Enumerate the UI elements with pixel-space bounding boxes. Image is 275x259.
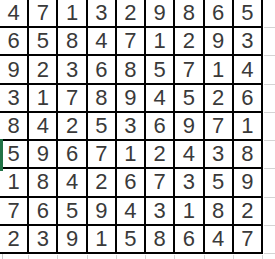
sheet-row-gridline-stub xyxy=(264,253,275,254)
grid-cell[interactable]: 2 xyxy=(117,0,146,28)
sheet-row-gridline-stub xyxy=(264,84,275,85)
grid-cell[interactable]: 9 xyxy=(205,28,234,56)
grid-cell[interactable]: 1 xyxy=(175,198,204,226)
grid-cell[interactable]: 4 xyxy=(0,0,29,28)
grid-cell[interactable]: 3 xyxy=(146,198,175,226)
grid-cell[interactable]: 2 xyxy=(0,226,29,254)
grid-cell[interactable]: 9 xyxy=(29,141,58,169)
grid-cell[interactable]: 7 xyxy=(58,85,87,113)
grid-cell[interactable]: 7 xyxy=(205,113,234,141)
grid-cell[interactable]: 6 xyxy=(88,56,117,84)
grid-cell[interactable]: 7 xyxy=(88,141,117,169)
grid-cell[interactable]: 4 xyxy=(117,198,146,226)
grid-cell[interactable]: 5 xyxy=(29,28,58,56)
grid-cell[interactable]: 6 xyxy=(146,113,175,141)
grid-cell[interactable]: 1 xyxy=(58,0,87,28)
grid-cell[interactable]: 6 xyxy=(175,226,204,254)
grid-cell[interactable]: 5 xyxy=(58,198,87,226)
sheet-row-gridline-stub xyxy=(264,197,275,198)
grid-cell[interactable]: 8 xyxy=(117,56,146,84)
grid-cell[interactable]: 1 xyxy=(205,56,234,84)
grid-cell[interactable]: 9 xyxy=(0,56,29,84)
grid-cell[interactable]: 7 xyxy=(234,226,263,254)
grid-cell[interactable]: 4 xyxy=(58,169,87,197)
grid-cell[interactable]: 2 xyxy=(205,85,234,113)
grid-cell[interactable]: 1 xyxy=(0,169,29,197)
sheet-row-gridline-stub xyxy=(264,55,275,56)
grid-cell[interactable]: 3 xyxy=(205,141,234,169)
selection-indicator xyxy=(0,139,3,171)
grid-cell[interactable]: 8 xyxy=(175,0,204,28)
grid-cell[interactable]: 6 xyxy=(0,28,29,56)
grid-cell[interactable]: 7 xyxy=(0,198,29,226)
grid-cell[interactable]: 5 xyxy=(0,141,29,169)
grid-cell[interactable]: 1 xyxy=(234,113,263,141)
grid-cell[interactable]: 4 xyxy=(175,141,204,169)
grid-cell[interactable]: 2 xyxy=(29,56,58,84)
grid-cell[interactable]: 9 xyxy=(58,226,87,254)
grid-cell[interactable]: 9 xyxy=(175,113,204,141)
sheet-column-gridline-stub xyxy=(116,255,117,259)
grid-cell[interactable]: 5 xyxy=(117,226,146,254)
grid-cell[interactable]: 8 xyxy=(29,169,58,197)
grid-cell[interactable]: 4 xyxy=(234,56,263,84)
grid-cell[interactable]: 2 xyxy=(146,141,175,169)
sheet-column-gridline-stub xyxy=(87,255,88,259)
grid-cell[interactable]: 7 xyxy=(117,28,146,56)
grid-cell[interactable]: 7 xyxy=(29,0,58,28)
grid-cell[interactable]: 8 xyxy=(0,113,29,141)
grid-cell[interactable]: 5 xyxy=(146,56,175,84)
grid-cell[interactable]: 9 xyxy=(88,198,117,226)
sheet-row-gridline-stub xyxy=(264,27,275,28)
grid-cell[interactable]: 2 xyxy=(234,198,263,226)
sheet-column-gridline-stub xyxy=(262,255,263,259)
grid-cell[interactable]: 1 xyxy=(146,28,175,56)
grid-cell[interactable]: 2 xyxy=(58,113,87,141)
grid-cell[interactable]: 2 xyxy=(175,28,204,56)
grid-cell[interactable]: 6 xyxy=(234,85,263,113)
grid-cell[interactable]: 1 xyxy=(88,226,117,254)
sheet-column-gridline-stub xyxy=(233,255,234,259)
sudoku-grid: 4713298656584712939236857143178945268425… xyxy=(0,0,263,254)
grid-cell[interactable]: 4 xyxy=(146,85,175,113)
grid-cell[interactable]: 4 xyxy=(205,226,234,254)
grid-cell[interactable]: 5 xyxy=(175,85,204,113)
grid-cell[interactable]: 3 xyxy=(29,226,58,254)
spreadsheet-canvas: 4713298656584712939236857143178945268425… xyxy=(0,0,275,259)
grid-cell[interactable]: 7 xyxy=(146,169,175,197)
grid-cell[interactable]: 9 xyxy=(146,0,175,28)
sheet-row-gridline-stub xyxy=(264,168,275,169)
sheet-column-gridline-stub xyxy=(145,255,146,259)
grid-cell[interactable]: 1 xyxy=(117,141,146,169)
grid-cell[interactable]: 8 xyxy=(88,85,117,113)
grid-cell[interactable]: 4 xyxy=(29,113,58,141)
sheet-column-gridline-stub xyxy=(57,255,58,259)
grid-cell[interactable]: 3 xyxy=(0,85,29,113)
grid-cell[interactable]: 8 xyxy=(58,28,87,56)
grid-cell[interactable]: 6 xyxy=(29,198,58,226)
sheet-row-gridline-stub xyxy=(264,225,275,226)
grid-cell[interactable]: 4 xyxy=(88,28,117,56)
grid-cell[interactable]: 3 xyxy=(175,169,204,197)
sheet-column-gridline-stub xyxy=(28,255,29,259)
grid-cell[interactable]: 5 xyxy=(88,113,117,141)
grid-cell[interactable]: 9 xyxy=(117,85,146,113)
grid-cell[interactable]: 3 xyxy=(234,28,263,56)
grid-cell[interactable]: 3 xyxy=(58,56,87,84)
grid-cell[interactable]: 6 xyxy=(205,0,234,28)
grid-cell[interactable]: 7 xyxy=(175,56,204,84)
grid-cell[interactable]: 9 xyxy=(234,169,263,197)
grid-cell[interactable]: 8 xyxy=(234,141,263,169)
sheet-column-gridline-stub xyxy=(204,255,205,259)
sheet-row-gridline-stub xyxy=(264,140,275,141)
grid-cell[interactable]: 6 xyxy=(117,169,146,197)
grid-cell[interactable]: 8 xyxy=(205,198,234,226)
grid-cell[interactable]: 5 xyxy=(234,0,263,28)
sheet-row-gridline-stub xyxy=(264,112,275,113)
grid-cell[interactable]: 2 xyxy=(88,169,117,197)
grid-cell[interactable]: 1 xyxy=(29,85,58,113)
grid-cell[interactable]: 3 xyxy=(88,0,117,28)
grid-cell[interactable]: 8 xyxy=(146,226,175,254)
grid-cell[interactable]: 3 xyxy=(117,113,146,141)
grid-cell[interactable]: 6 xyxy=(58,141,87,169)
grid-cell[interactable]: 5 xyxy=(205,169,234,197)
sheet-column-gridline-stub xyxy=(174,255,175,259)
